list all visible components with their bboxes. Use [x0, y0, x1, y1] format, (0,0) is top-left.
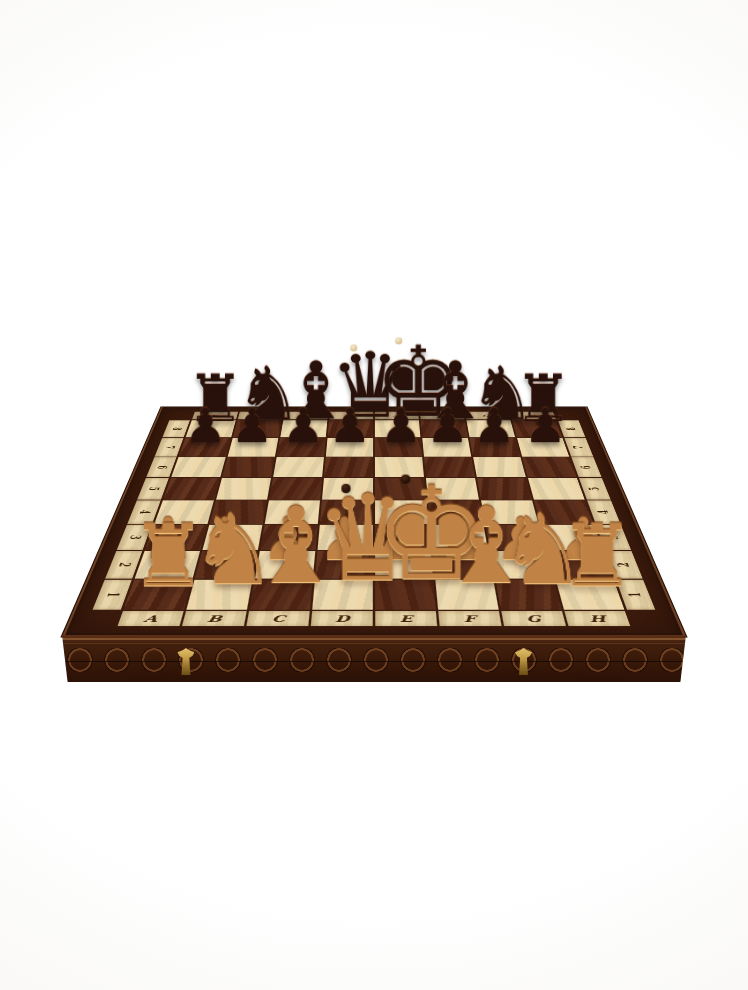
- coordinate-label-d-back: D: [329, 412, 373, 420]
- piece-black-pawn: ♟: [279, 402, 327, 450]
- product-photo-stage: ABCDEFGH ABCDEFGH 87654321 87654321 ♜♞♝♛…: [0, 0, 748, 990]
- coordinate-text: 8: [565, 427, 578, 430]
- piece-white-rook: ♜: [559, 512, 621, 598]
- piece-black-pawn: ♟: [521, 402, 569, 450]
- coordinate-text: E: [399, 614, 412, 624]
- piece-white-knight: ♞: [189, 500, 251, 598]
- coordinate-text: H: [528, 414, 537, 418]
- coordinate-text: 5: [587, 487, 602, 491]
- piece-white-bishop: ♝: [439, 493, 501, 598]
- coordinate-label-g-back: G: [465, 412, 510, 420]
- coordinate-text: F: [439, 414, 446, 418]
- drop-shadow: [52, 678, 696, 694]
- coordinate-label-a-front: A: [117, 611, 183, 626]
- coordinate-text: 5: [146, 487, 161, 491]
- box-edge-highlight: [62, 638, 686, 640]
- piece-black-pawn: ♟: [228, 402, 276, 450]
- coordinate-text: 6: [154, 465, 168, 468]
- piece-black-pawn: ♟: [377, 402, 425, 450]
- box-front-panel: [62, 635, 686, 682]
- coordinate-label-e-back: E: [375, 412, 419, 420]
- piece-layer: ♜♞♝♛♚♝♞♜♟♟♟♟♟♟♟♟♟♟♟♟♟♟♟♟♜♞♝♛♚♝♞♜: [123, 420, 624, 610]
- piece-white-king: ♚: [374, 470, 436, 598]
- piece-black-pawn: ♟: [423, 402, 471, 450]
- coordinate-label-f-front: F: [438, 611, 501, 626]
- coordinate-label-g-front: G: [501, 611, 566, 626]
- coordinate-text: 7: [162, 446, 176, 449]
- file-labels-front: ABCDEFGH: [117, 611, 630, 626]
- coordinate-text: 6: [579, 465, 593, 468]
- coordinate-text: G: [483, 414, 491, 418]
- coordinate-text: C: [302, 414, 309, 418]
- coordinate-label-h-back: H: [510, 412, 556, 420]
- chess-board: ABCDEFGH ABCDEFGH 87654321 87654321 ♜♞♝♛…: [62, 407, 686, 637]
- coordinate-text: F: [463, 614, 476, 624]
- box-hinge-seam: [62, 661, 686, 662]
- coordinate-text: D: [335, 614, 350, 624]
- coordinate-text: E: [393, 414, 400, 418]
- piece-white-queen: ♛: [314, 479, 376, 598]
- coordinate-text: B: [206, 614, 223, 624]
- coordinate-label-f-back: F: [420, 412, 465, 420]
- coordinate-text: A: [211, 414, 219, 418]
- coordinate-text: B: [257, 414, 265, 418]
- dark-finial-icon: [341, 484, 350, 493]
- board-scene: ABCDEFGH ABCDEFGH 87654321 87654321 ♜♞♝♛…: [0, 0, 748, 990]
- coordinate-label-b-back: B: [238, 412, 283, 420]
- coordinate-text: D: [348, 414, 356, 418]
- coordinate-label-c-front: C: [246, 611, 309, 626]
- coordinate-label-b-front: B: [182, 611, 247, 626]
- cream-finial-icon: [350, 344, 357, 351]
- coordinate-text: 8: [170, 427, 183, 430]
- piece-black-pawn: ♟: [470, 402, 518, 450]
- coordinate-label-e-front: E: [375, 611, 437, 626]
- carved-arc-pattern: [62, 648, 686, 672]
- box-edge-pinstripe: [62, 643, 686, 644]
- coordinate-text: A: [143, 614, 159, 624]
- piece-white-knight: ♞: [499, 500, 561, 598]
- piece-black-pawn: ♟: [326, 402, 374, 450]
- coordinate-text: 1: [104, 592, 122, 597]
- piece-black-pawn: ♟: [181, 402, 229, 450]
- piece-white-bishop: ♝: [249, 493, 311, 598]
- coordinate-label-a-back: A: [192, 412, 238, 420]
- dark-finial-icon: [400, 475, 409, 484]
- coordinate-text: G: [525, 614, 542, 624]
- coordinate-label-h-front: H: [564, 611, 630, 626]
- coordinate-text: 7: [572, 446, 586, 449]
- coordinate-label-c-back: C: [283, 412, 328, 420]
- coordinate-text: C: [271, 614, 286, 624]
- file-labels-back: ABCDEFGH: [192, 412, 556, 420]
- coordinate-text: H: [588, 614, 607, 624]
- piece-white-rook: ♜: [130, 512, 192, 598]
- cream-finial-icon: [395, 337, 402, 344]
- coordinate-label-d-front: D: [311, 611, 373, 626]
